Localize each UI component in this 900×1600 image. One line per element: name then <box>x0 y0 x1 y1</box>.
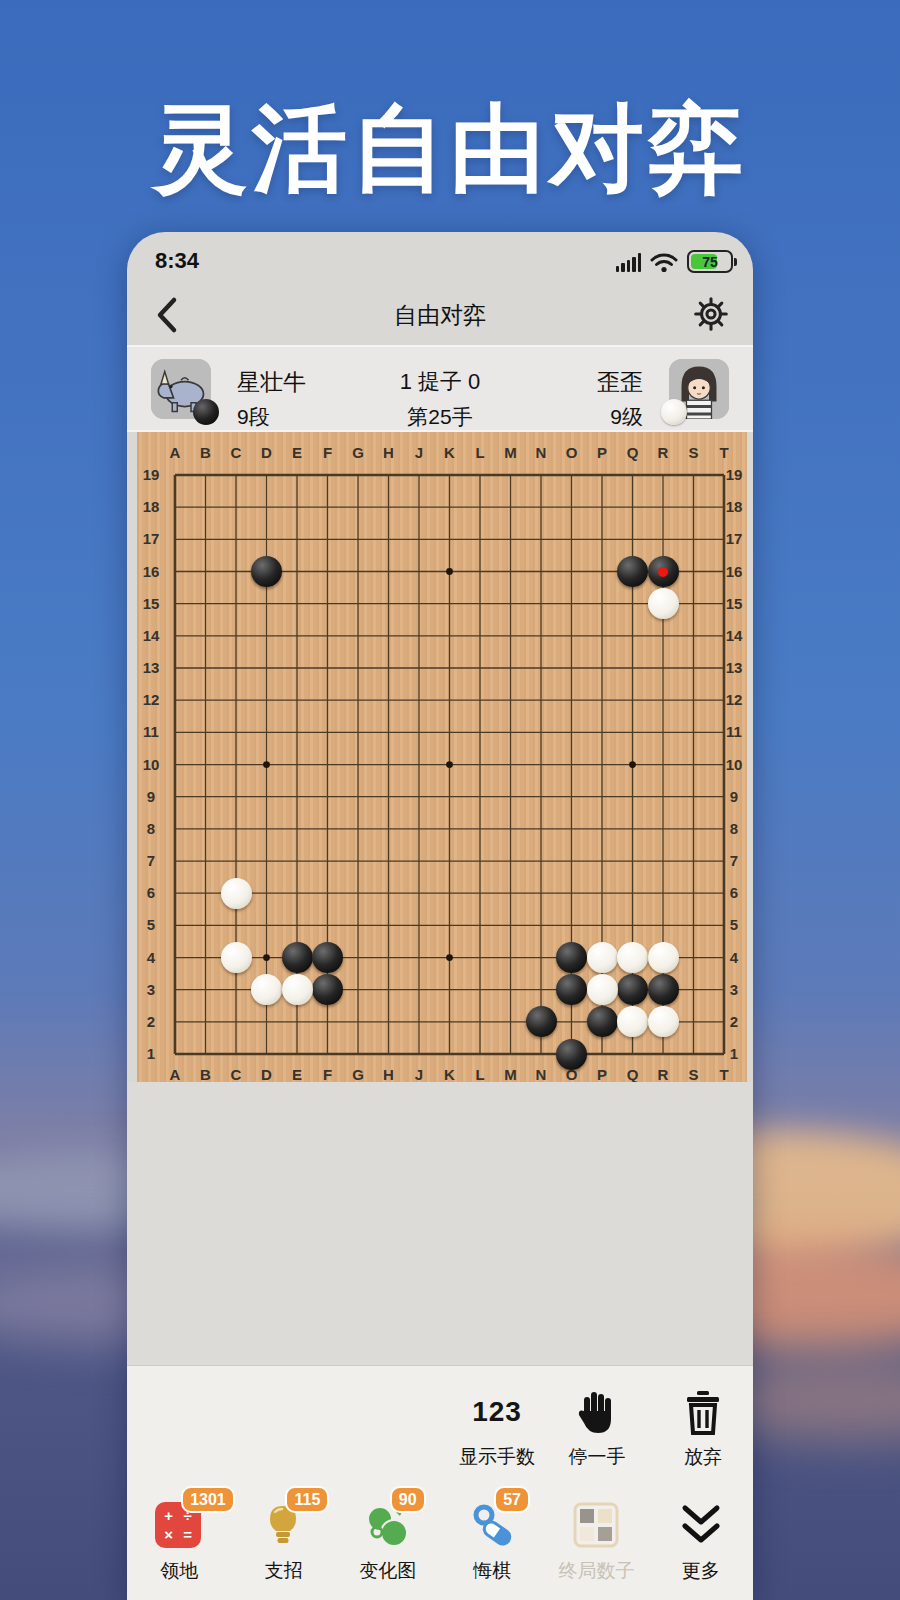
nav-bar: 自由对弈 <box>127 290 753 342</box>
svg-text:6: 6 <box>147 884 155 901</box>
svg-text:12: 12 <box>726 691 743 708</box>
show-move-numbers-button[interactable]: 123 显示手数 <box>447 1388 547 1470</box>
status-bar: 8:34 75 <box>127 232 753 290</box>
svg-text:J: J <box>415 1066 423 1082</box>
svg-text:5: 5 <box>147 916 155 933</box>
svg-text:D: D <box>261 1066 272 1082</box>
double-chevron-down-icon <box>677 1502 725 1550</box>
stone-black <box>648 974 679 1005</box>
svg-text:H: H <box>383 444 394 461</box>
stone-black <box>587 1006 618 1037</box>
svg-text:10: 10 <box>143 756 160 773</box>
stone-white <box>587 942 618 973</box>
svg-text:16: 16 <box>143 563 160 580</box>
banner-title: 灵活自由对弈 <box>0 86 900 214</box>
stone-black <box>312 942 343 973</box>
svg-text:G: G <box>352 444 364 461</box>
svg-text:15: 15 <box>726 595 743 612</box>
svg-text:6: 6 <box>730 884 738 901</box>
svg-text:M: M <box>504 444 517 461</box>
svg-text:4: 4 <box>730 949 739 966</box>
numbers-123-icon: 123 <box>472 1396 522 1428</box>
stone-black <box>556 942 587 973</box>
hint-badge: 115 <box>285 1486 329 1513</box>
battery-percent: 75 <box>689 254 731 270</box>
captures-line: 1 提子 0 <box>127 367 753 397</box>
svg-text:T: T <box>719 444 728 461</box>
svg-text:E: E <box>292 1066 302 1082</box>
undo-badge: 57 <box>494 1486 530 1513</box>
phone-mockup: 8:34 75 自由对弈 <box>127 232 753 1600</box>
svg-text:8: 8 <box>147 820 155 837</box>
svg-text:5: 5 <box>730 916 738 933</box>
svg-text:16: 16 <box>726 563 743 580</box>
board-lower-margin <box>127 1082 753 1365</box>
svg-text:9: 9 <box>147 788 155 805</box>
resign-button[interactable]: 放弃 <box>653 1388 753 1470</box>
svg-text:10: 10 <box>726 756 743 773</box>
stone-white <box>282 974 313 1005</box>
settings-gear-icon[interactable] <box>693 296 729 332</box>
svg-text:C: C <box>231 444 242 461</box>
svg-text:19: 19 <box>143 466 160 483</box>
svg-text:R: R <box>658 1066 669 1082</box>
territory-button[interactable]: +÷×= 1301 领地 <box>127 1488 231 1584</box>
stone-white <box>221 942 252 973</box>
svg-text:M: M <box>504 1066 517 1082</box>
svg-text:A: A <box>170 444 181 461</box>
page-title: 自由对弈 <box>127 300 753 331</box>
svg-text:2: 2 <box>730 1013 738 1030</box>
svg-text:N: N <box>536 444 547 461</box>
more-button[interactable]: 更多 <box>649 1488 753 1584</box>
stone-white <box>251 974 282 1005</box>
svg-text:14: 14 <box>726 627 743 644</box>
stone-black <box>648 556 679 587</box>
svg-text:A: A <box>170 1066 181 1082</box>
svg-text:Q: Q <box>627 1066 639 1082</box>
svg-text:15: 15 <box>143 595 160 612</box>
svg-text:4: 4 <box>147 949 156 966</box>
hint-button[interactable]: 115 支招 <box>231 1488 335 1584</box>
svg-text:14: 14 <box>143 627 160 644</box>
svg-text:B: B <box>200 1066 211 1082</box>
svg-text:1: 1 <box>147 1045 155 1062</box>
stone-black <box>556 974 587 1005</box>
svg-text:E: E <box>292 444 302 461</box>
white-player-rank: 9级 <box>610 403 643 431</box>
variation-diagram-button[interactable]: 90 变化图 <box>336 1488 440 1584</box>
svg-text:12: 12 <box>143 691 160 708</box>
stone-black <box>556 1039 587 1070</box>
territory-badge: 1301 <box>181 1486 235 1513</box>
white-player-name: 歪歪 <box>597 367 643 398</box>
svg-text:9: 9 <box>730 788 738 805</box>
trash-icon <box>683 1389 723 1435</box>
player-info-bar: 星壮牛 9段 1 提子 0 第25手 歪歪 9级 <box>127 345 753 432</box>
white-stone-badge <box>661 399 687 425</box>
svg-text:K: K <box>444 1066 455 1082</box>
clock-time: 8:34 <box>155 248 199 274</box>
svg-text:17: 17 <box>726 530 743 547</box>
svg-text:N: N <box>536 1066 547 1082</box>
svg-text:P: P <box>597 1066 607 1082</box>
stone-black <box>526 1006 557 1037</box>
last-move-marker <box>658 567 668 577</box>
svg-text:O: O <box>566 444 578 461</box>
svg-text:19: 19 <box>726 466 743 483</box>
svg-text:13: 13 <box>726 659 743 676</box>
count-grid-icon <box>573 1502 619 1548</box>
svg-text:17: 17 <box>143 530 160 547</box>
svg-text:B: B <box>200 444 211 461</box>
battery-icon: 75 <box>687 250 733 273</box>
move-number-line: 第25手 <box>127 403 753 431</box>
svg-text:18: 18 <box>726 498 743 515</box>
stone-black <box>251 556 282 587</box>
svg-text:F: F <box>323 444 332 461</box>
svg-text:13: 13 <box>143 659 160 676</box>
svg-text:11: 11 <box>143 723 159 740</box>
pass-button[interactable]: 停一手 <box>547 1388 647 1470</box>
signal-strength-icon <box>616 252 642 272</box>
svg-text:T: T <box>719 1066 728 1082</box>
svg-text:L: L <box>475 1066 484 1082</box>
svg-text:G: G <box>352 1066 364 1082</box>
svg-text:P: P <box>597 444 607 461</box>
final-count-button: 终局数子 <box>544 1488 648 1584</box>
go-board[interactable]: AABBCCDDEEFFGGHHJJKKLLMMNNOOPPQQRRSSTT11… <box>137 432 747 1082</box>
stone-black <box>312 974 343 1005</box>
stone-white <box>648 942 679 973</box>
toolbar: 123 显示手数 停一手 <box>127 1365 753 1600</box>
stone-white <box>221 878 252 909</box>
stone-black <box>282 942 313 973</box>
svg-text:3: 3 <box>730 981 738 998</box>
svg-text:7: 7 <box>147 852 155 869</box>
svg-text:1: 1 <box>730 1045 738 1062</box>
hand-icon <box>576 1389 618 1435</box>
wifi-icon <box>650 251 678 273</box>
svg-text:S: S <box>688 1066 698 1082</box>
undo-button[interactable]: 57 悔棋 <box>440 1488 544 1584</box>
svg-text:18: 18 <box>143 498 160 515</box>
svg-text:L: L <box>475 444 484 461</box>
svg-text:J: J <box>415 444 423 461</box>
stone-white <box>648 588 679 619</box>
svg-text:H: H <box>383 1066 394 1082</box>
svg-text:C: C <box>231 1066 242 1082</box>
svg-text:K: K <box>444 444 455 461</box>
stone-white <box>587 974 618 1005</box>
svg-text:11: 11 <box>726 723 742 740</box>
svg-text:D: D <box>261 444 272 461</box>
stone-white <box>617 942 648 973</box>
svg-text:3: 3 <box>147 981 155 998</box>
svg-text:Q: Q <box>627 444 639 461</box>
stone-black <box>617 556 648 587</box>
variation-badge: 90 <box>390 1486 426 1513</box>
svg-text:F: F <box>323 1066 332 1082</box>
svg-text:7: 7 <box>730 852 738 869</box>
svg-text:2: 2 <box>147 1013 155 1030</box>
stone-black <box>617 974 648 1005</box>
svg-text:8: 8 <box>730 820 738 837</box>
stone-white <box>648 1006 679 1037</box>
svg-text:S: S <box>688 444 698 461</box>
svg-text:R: R <box>658 444 669 461</box>
